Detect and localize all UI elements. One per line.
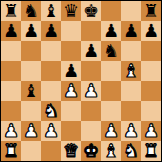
black-knight[interactable]: ♞ — [103, 41, 119, 61]
white-bishop[interactable]: ♝ — [123, 61, 139, 81]
black-pawn[interactable]: ♟ — [3, 21, 19, 41]
square-g5[interactable]: ♝ — [121, 61, 141, 81]
square-c5[interactable] — [41, 61, 61, 81]
white-knight[interactable]: ♞ — [123, 141, 139, 161]
square-h5[interactable] — [141, 61, 161, 81]
square-c1[interactable] — [41, 141, 61, 161]
square-a2[interactable]: ♟ — [1, 121, 21, 141]
black-pawn[interactable]: ♟ — [83, 41, 99, 61]
square-f8[interactable] — [101, 1, 121, 21]
square-e1[interactable]: ♚ — [81, 141, 101, 161]
square-a7[interactable]: ♟ — [1, 21, 21, 41]
square-a8[interactable]: ♜ — [1, 1, 21, 21]
black-rook[interactable]: ♜ — [3, 1, 19, 21]
white-pawn[interactable]: ♟ — [103, 121, 119, 141]
white-pawn[interactable]: ♟ — [63, 81, 79, 101]
square-f2[interactable]: ♟ — [101, 121, 121, 141]
square-a6[interactable] — [1, 41, 21, 61]
chess-board: ♜♞♝♛♚♜♟♟♟♟♟♟♟♞♟♝♝♟♟♞♟♟♟♟♟♟♜♛♚♝♞♜ — [1, 1, 161, 161]
square-e6[interactable]: ♟ — [81, 41, 101, 61]
square-f6[interactable]: ♞ — [101, 41, 121, 61]
square-e4[interactable]: ♟ — [81, 81, 101, 101]
black-queen[interactable]: ♛ — [63, 1, 79, 21]
square-g7[interactable]: ♟ — [121, 21, 141, 41]
square-d7[interactable] — [61, 21, 81, 41]
square-c6[interactable] — [41, 41, 61, 61]
black-bishop[interactable]: ♝ — [23, 81, 39, 101]
square-d3[interactable] — [61, 101, 81, 121]
square-a5[interactable] — [1, 61, 21, 81]
square-b2[interactable]: ♟ — [21, 121, 41, 141]
square-b3[interactable] — [21, 101, 41, 121]
white-pawn[interactable]: ♟ — [23, 121, 39, 141]
square-b5[interactable] — [21, 61, 41, 81]
square-g6[interactable] — [121, 41, 141, 61]
square-g3[interactable] — [121, 101, 141, 121]
square-f4[interactable] — [101, 81, 121, 101]
square-d6[interactable] — [61, 41, 81, 61]
square-f5[interactable] — [101, 61, 121, 81]
square-a1[interactable]: ♜ — [1, 141, 21, 161]
black-pawn[interactable]: ♟ — [23, 21, 39, 41]
square-b6[interactable] — [21, 41, 41, 61]
black-pawn[interactable]: ♟ — [43, 21, 59, 41]
square-b8[interactable]: ♞ — [21, 1, 41, 21]
square-g1[interactable]: ♞ — [121, 141, 141, 161]
square-g4[interactable] — [121, 81, 141, 101]
square-d4[interactable]: ♟ — [61, 81, 81, 101]
white-pawn[interactable]: ♟ — [43, 121, 59, 141]
square-d5[interactable]: ♟ — [61, 61, 81, 81]
square-b4[interactable]: ♝ — [21, 81, 41, 101]
square-h1[interactable]: ♜ — [141, 141, 161, 161]
square-a4[interactable] — [1, 81, 21, 101]
square-d2[interactable] — [61, 121, 81, 141]
square-e5[interactable] — [81, 61, 101, 81]
black-king[interactable]: ♚ — [83, 1, 99, 21]
black-pawn[interactable]: ♟ — [103, 21, 119, 41]
square-d8[interactable]: ♛ — [61, 1, 81, 21]
square-b7[interactable]: ♟ — [21, 21, 41, 41]
chess-board-frame: ♜♞♝♛♚♜♟♟♟♟♟♟♟♞♟♝♝♟♟♞♟♟♟♟♟♟♜♛♚♝♞♜ — [0, 0, 162, 162]
square-c4[interactable] — [41, 81, 61, 101]
square-e2[interactable] — [81, 121, 101, 141]
square-f3[interactable] — [101, 101, 121, 121]
white-queen[interactable]: ♛ — [63, 141, 79, 161]
square-a3[interactable] — [1, 101, 21, 121]
square-c7[interactable]: ♟ — [41, 21, 61, 41]
white-pawn[interactable]: ♟ — [3, 121, 19, 141]
square-g8[interactable] — [121, 1, 141, 21]
black-pawn[interactable]: ♟ — [63, 61, 79, 81]
square-h7[interactable]: ♟ — [141, 21, 161, 41]
square-d1[interactable]: ♛ — [61, 141, 81, 161]
square-b1[interactable] — [21, 141, 41, 161]
square-h2[interactable]: ♟ — [141, 121, 161, 141]
square-h4[interactable] — [141, 81, 161, 101]
square-f1[interactable]: ♝ — [101, 141, 121, 161]
square-g2[interactable]: ♟ — [121, 121, 141, 141]
white-king[interactable]: ♚ — [83, 141, 99, 161]
square-h6[interactable] — [141, 41, 161, 61]
black-pawn[interactable]: ♟ — [123, 21, 139, 41]
white-knight[interactable]: ♞ — [43, 101, 59, 121]
black-knight[interactable]: ♞ — [23, 1, 39, 21]
black-rook[interactable]: ♜ — [143, 1, 159, 21]
square-c2[interactable]: ♟ — [41, 121, 61, 141]
square-h3[interactable] — [141, 101, 161, 121]
white-rook[interactable]: ♜ — [3, 141, 19, 161]
white-rook[interactable]: ♜ — [143, 141, 159, 161]
square-e8[interactable]: ♚ — [81, 1, 101, 21]
square-c3[interactable]: ♞ — [41, 101, 61, 121]
white-pawn[interactable]: ♟ — [143, 121, 159, 141]
square-e3[interactable] — [81, 101, 101, 121]
black-bishop[interactable]: ♝ — [43, 1, 59, 21]
white-pawn[interactable]: ♟ — [83, 81, 99, 101]
white-pawn[interactable]: ♟ — [123, 121, 139, 141]
white-bishop[interactable]: ♝ — [103, 141, 119, 161]
square-f7[interactable]: ♟ — [101, 21, 121, 41]
square-h8[interactable]: ♜ — [141, 1, 161, 21]
square-c8[interactable]: ♝ — [41, 1, 61, 21]
square-e7[interactable] — [81, 21, 101, 41]
black-pawn[interactable]: ♟ — [143, 21, 159, 41]
